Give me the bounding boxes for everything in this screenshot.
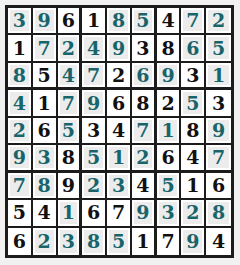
- sudoku-cell-r5c5[interactable]: 4: [107, 118, 132, 145]
- cell-digit: 6: [13, 232, 26, 251]
- cell-digit: 8: [212, 203, 225, 222]
- sudoku-cell-r4c2[interactable]: 1: [33, 90, 58, 117]
- cell-digit: 6: [186, 39, 199, 58]
- sudoku-cell-r3c9[interactable]: 1: [206, 63, 231, 90]
- sudoku-cell-r2c5[interactable]: 9: [107, 35, 132, 62]
- sudoku-cell-r8c2[interactable]: 4: [33, 200, 58, 227]
- sudoku-cell-r3c8[interactable]: 3: [181, 63, 206, 90]
- cell-digit: 7: [212, 148, 225, 167]
- cell-digit: 8: [62, 148, 75, 167]
- cell-digit: 5: [13, 203, 26, 222]
- sudoku-board: 3961854721724938658547269314179682532653…: [5, 5, 234, 258]
- sudoku-cell-r4c6[interactable]: 8: [132, 90, 157, 117]
- sudoku-cell-r1c7[interactable]: 4: [157, 8, 182, 35]
- cell-digit: 5: [212, 39, 225, 58]
- cell-digit: 5: [136, 11, 149, 30]
- sudoku-cell-r2c7[interactable]: 8: [157, 35, 182, 62]
- cell-digit: 8: [136, 94, 149, 113]
- sudoku-cell-r6c4[interactable]: 5: [82, 145, 107, 172]
- sudoku-cell-r1c9[interactable]: 2: [206, 8, 231, 35]
- sudoku-cell-r8c3[interactable]: 1: [58, 200, 83, 227]
- cell-digit: 6: [38, 121, 51, 140]
- cell-digit: 9: [212, 121, 225, 140]
- sudoku-cell-r9c5[interactable]: 5: [107, 228, 132, 255]
- cell-digit: 2: [212, 11, 225, 30]
- sudoku-cell-r7c1[interactable]: 7: [8, 173, 33, 200]
- sudoku-cell-r7c5[interactable]: 3: [107, 173, 132, 200]
- cell-digit: 9: [62, 176, 75, 195]
- sudoku-cell-r1c1[interactable]: 3: [8, 8, 33, 35]
- cell-digit: 1: [212, 66, 225, 85]
- sudoku-cell-r9c8[interactable]: 9: [181, 228, 206, 255]
- cell-digit: 5: [38, 66, 51, 85]
- cell-digit: 2: [87, 176, 100, 195]
- sudoku-cell-r2c6[interactable]: 3: [132, 35, 157, 62]
- cell-digit: 1: [112, 148, 125, 167]
- sudoku-cell-r5c1[interactable]: 2: [8, 118, 33, 145]
- cell-digit: 4: [87, 39, 100, 58]
- sudoku-cell-r5c4[interactable]: 3: [82, 118, 107, 145]
- sudoku-cell-r6c2[interactable]: 3: [33, 145, 58, 172]
- cell-digit: 8: [112, 11, 125, 30]
- sudoku-cell-r6c5[interactable]: 1: [107, 145, 132, 172]
- sudoku-cell-r2c4[interactable]: 4: [82, 35, 107, 62]
- sudoku-cell-r2c8[interactable]: 6: [181, 35, 206, 62]
- sudoku-cell-r8c9[interactable]: 8: [206, 200, 231, 227]
- sudoku-cell-r5c9[interactable]: 9: [206, 118, 231, 145]
- cell-digit: 4: [161, 11, 174, 30]
- cell-digit: 3: [161, 203, 174, 222]
- cell-digit: 9: [136, 203, 149, 222]
- cell-digit: 1: [186, 176, 199, 195]
- cell-digit: 6: [87, 203, 100, 222]
- sudoku-cell-r1c3[interactable]: 6: [58, 8, 83, 35]
- cell-digit: 6: [136, 66, 149, 85]
- cell-digit: 2: [112, 66, 125, 85]
- cell-digit: 8: [161, 39, 174, 58]
- sudoku-cell-r1c8[interactable]: 7: [181, 8, 206, 35]
- cell-digit: 1: [87, 11, 100, 30]
- sudoku-cell-r1c6[interactable]: 5: [132, 8, 157, 35]
- cell-digit: 7: [112, 203, 125, 222]
- sudoku-cell-r8c6[interactable]: 9: [132, 200, 157, 227]
- cell-digit: 9: [87, 94, 100, 113]
- sudoku-cell-r3c5[interactable]: 2: [107, 63, 132, 90]
- sudoku-cell-r9c6[interactable]: 1: [132, 228, 157, 255]
- cell-digit: 5: [112, 232, 125, 251]
- sudoku-cell-r4c3[interactable]: 7: [58, 90, 83, 117]
- sudoku-cell-r3c6[interactable]: 6: [132, 63, 157, 90]
- sudoku-cell-r2c3[interactable]: 2: [58, 35, 83, 62]
- sudoku-cell-r3c4[interactable]: 7: [82, 63, 107, 90]
- sudoku-cell-r4c9[interactable]: 3: [206, 90, 231, 117]
- cell-digit: 5: [62, 121, 75, 140]
- cell-digit: 3: [186, 66, 199, 85]
- sudoku-cell-r2c9[interactable]: 5: [206, 35, 231, 62]
- sudoku-cell-r5c7[interactable]: 1: [157, 118, 182, 145]
- sudoku-cell-r6c6[interactable]: 2: [132, 145, 157, 172]
- sudoku-cell-r9c9[interactable]: 4: [206, 228, 231, 255]
- sudoku-cell-r6c1[interactable]: 9: [8, 145, 33, 172]
- cell-digit: 7: [87, 66, 100, 85]
- sudoku-cell-r3c7[interactable]: 9: [157, 63, 182, 90]
- cell-digit: 7: [161, 232, 174, 251]
- cell-digit: 6: [212, 176, 225, 195]
- cell-digit: 4: [212, 232, 225, 251]
- sudoku-app: 3961854721724938658547269314179682532653…: [0, 0, 240, 265]
- sudoku-cell-r3c3[interactable]: 4: [58, 63, 83, 90]
- cell-digit: 7: [186, 11, 199, 30]
- sudoku-cell-r6c8[interactable]: 4: [181, 145, 206, 172]
- sudoku-cell-r6c7[interactable]: 6: [157, 145, 182, 172]
- sudoku-cell-r8c8[interactable]: 2: [181, 200, 206, 227]
- sudoku-cell-r8c7[interactable]: 3: [157, 200, 182, 227]
- sudoku-cell-r5c3[interactable]: 5: [58, 118, 83, 145]
- sudoku-cell-r7c7[interactable]: 5: [157, 173, 182, 200]
- cell-digit: 4: [38, 203, 51, 222]
- sudoku-cell-r3c1[interactable]: 8: [8, 63, 33, 90]
- cell-digit: 9: [112, 39, 125, 58]
- sudoku-cell-r7c2[interactable]: 8: [33, 173, 58, 200]
- sudoku-cell-r9c4[interactable]: 8: [82, 228, 107, 255]
- cell-digit: 6: [62, 11, 75, 30]
- cell-digit: 7: [62, 94, 75, 113]
- cell-digit: 2: [38, 232, 51, 251]
- sudoku-cell-r9c1[interactable]: 6: [8, 228, 33, 255]
- cell-digit: 3: [136, 39, 149, 58]
- sudoku-cell-r8c5[interactable]: 7: [107, 200, 132, 227]
- sudoku-cell-r8c4[interactable]: 6: [82, 200, 107, 227]
- cell-digit: 6: [161, 148, 174, 167]
- cell-digit: 9: [161, 66, 174, 85]
- cell-digit: 2: [136, 148, 149, 167]
- cell-digit: 1: [38, 94, 51, 113]
- cell-digit: 9: [13, 148, 26, 167]
- sudoku-cell-r5c2[interactable]: 6: [33, 118, 58, 145]
- sudoku-cell-r9c3[interactable]: 3: [58, 228, 83, 255]
- sudoku-cell-r7c3[interactable]: 9: [58, 173, 83, 200]
- cell-digit: 8: [87, 232, 100, 251]
- cell-digit: 9: [186, 232, 199, 251]
- sudoku-cell-r2c2[interactable]: 7: [33, 35, 58, 62]
- cell-digit: 3: [38, 148, 51, 167]
- cell-digit: 1: [136, 232, 149, 251]
- cell-digit: 5: [161, 176, 174, 195]
- sudoku-cell-r5c6[interactable]: 7: [132, 118, 157, 145]
- sudoku-cell-r1c2[interactable]: 9: [33, 8, 58, 35]
- sudoku-cell-r6c9[interactable]: 7: [206, 145, 231, 172]
- cell-digit: 6: [112, 94, 125, 113]
- sudoku-cell-r4c8[interactable]: 5: [181, 90, 206, 117]
- cell-digit: 1: [13, 39, 26, 58]
- sudoku-cell-r4c5[interactable]: 6: [107, 90, 132, 117]
- cell-digit: 3: [13, 11, 26, 30]
- sudoku-cell-r1c5[interactable]: 8: [107, 8, 132, 35]
- cell-digit: 4: [13, 94, 26, 113]
- cell-digit: 5: [87, 148, 100, 167]
- cell-digit: 2: [186, 203, 199, 222]
- sudoku-cell-r5c8[interactable]: 8: [181, 118, 206, 145]
- sudoku-cell-r8c1[interactable]: 5: [8, 200, 33, 227]
- cell-digit: 4: [186, 148, 199, 167]
- sudoku-cell-r4c1[interactable]: 4: [8, 90, 33, 117]
- sudoku-cell-r7c9[interactable]: 6: [206, 173, 231, 200]
- cell-digit: 2: [62, 39, 75, 58]
- sudoku-cell-r6c3[interactable]: 8: [58, 145, 83, 172]
- cell-digit: 7: [136, 121, 149, 140]
- cell-digit: 4: [136, 176, 149, 195]
- cell-digit: 3: [87, 121, 100, 140]
- cell-digit: 8: [186, 121, 199, 140]
- sudoku-cell-r4c4[interactable]: 9: [82, 90, 107, 117]
- cell-digit: 2: [13, 121, 26, 140]
- sudoku-cell-r1c4[interactable]: 1: [82, 8, 107, 35]
- cell-digit: 3: [212, 94, 225, 113]
- cell-digit: 9: [38, 11, 51, 30]
- cell-digit: 7: [13, 176, 26, 195]
- sudoku-cell-r7c4[interactable]: 2: [82, 173, 107, 200]
- cell-digit: 3: [62, 232, 75, 251]
- cell-digit: 5: [186, 94, 199, 113]
- sudoku-cell-r7c6[interactable]: 4: [132, 173, 157, 200]
- cell-digit: 7: [38, 39, 51, 58]
- sudoku-cell-r4c7[interactable]: 2: [157, 90, 182, 117]
- cell-digit: 2: [161, 94, 174, 113]
- sudoku-cell-r9c2[interactable]: 2: [33, 228, 58, 255]
- sudoku-cell-r2c1[interactable]: 1: [8, 35, 33, 62]
- cell-digit: 1: [161, 121, 174, 140]
- cell-digit: 1: [62, 203, 75, 222]
- cell-digit: 3: [112, 176, 125, 195]
- cell-digit: 8: [13, 66, 26, 85]
- sudoku-cell-r9c7[interactable]: 7: [157, 228, 182, 255]
- sudoku-cell-r7c8[interactable]: 1: [181, 173, 206, 200]
- cell-digit: 4: [112, 121, 125, 140]
- cell-digit: 4: [62, 66, 75, 85]
- sudoku-cell-r3c2[interactable]: 5: [33, 63, 58, 90]
- cell-digit: 8: [38, 176, 51, 195]
